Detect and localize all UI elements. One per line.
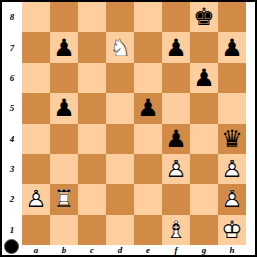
- square-f1[interactable]: ♝♗: [162, 215, 190, 245]
- rank-label-6: 6: [2, 63, 22, 93]
- rank-label-4: 4: [2, 124, 22, 154]
- chess-diagram: 87654321 ♚♟♞♘♟♟♟♟♟♟♛♟♙♟♙♟♙♜♖♟♙♝♗♚♔ abcde…: [0, 0, 257, 257]
- white-pawn: ♟♙: [25, 187, 47, 211]
- square-c8[interactable]: [78, 2, 106, 32]
- black-to-move-indicator: [4, 239, 19, 254]
- rank-label-8: 8: [2, 2, 22, 32]
- chess-board: ♚♟♞♘♟♟♟♟♟♟♛♟♙♟♙♟♙♜♖♟♙♝♗♚♔: [22, 2, 246, 245]
- square-a5[interactable]: [22, 93, 50, 123]
- black-pawn: ♟: [221, 36, 243, 60]
- file-label-b: b: [50, 245, 78, 255]
- file-label-c: c: [78, 245, 106, 255]
- square-b1[interactable]: [50, 215, 78, 245]
- square-a2[interactable]: ♟♙: [22, 184, 50, 214]
- file-label-h: h: [218, 245, 246, 255]
- square-f3[interactable]: ♟♙: [162, 154, 190, 184]
- square-e1[interactable]: [134, 215, 162, 245]
- file-label-f: f: [162, 245, 190, 255]
- square-g8[interactable]: ♚: [190, 2, 218, 32]
- square-b6[interactable]: [50, 63, 78, 93]
- square-c5[interactable]: [78, 93, 106, 123]
- square-d8[interactable]: [106, 2, 134, 32]
- square-e5[interactable]: ♟: [134, 93, 162, 123]
- white-bishop: ♝♗: [165, 218, 187, 242]
- square-h4[interactable]: ♛: [218, 124, 246, 154]
- square-h2[interactable]: ♟♙: [218, 184, 246, 214]
- white-knight: ♞♘: [109, 36, 131, 60]
- file-label-a: a: [22, 245, 50, 255]
- rank-label-7: 7: [2, 32, 22, 62]
- square-h3[interactable]: ♟♙: [218, 154, 246, 184]
- square-h6[interactable]: [218, 63, 246, 93]
- square-c4[interactable]: [78, 124, 106, 154]
- square-d2[interactable]: [106, 184, 134, 214]
- square-b7[interactable]: ♟: [50, 32, 78, 62]
- square-b4[interactable]: [50, 124, 78, 154]
- square-e8[interactable]: [134, 2, 162, 32]
- square-e3[interactable]: [134, 154, 162, 184]
- square-f4[interactable]: ♟: [162, 124, 190, 154]
- square-b2[interactable]: ♜♖: [50, 184, 78, 214]
- square-d5[interactable]: [106, 93, 134, 123]
- square-b5[interactable]: ♟: [50, 93, 78, 123]
- square-a3[interactable]: [22, 154, 50, 184]
- black-king: ♚: [193, 5, 215, 29]
- white-rook: ♜♖: [53, 187, 75, 211]
- square-f6[interactable]: [162, 63, 190, 93]
- square-h5[interactable]: [218, 93, 246, 123]
- rank-label-2: 2: [2, 184, 22, 214]
- black-pawn: ♟: [193, 66, 215, 90]
- square-g6[interactable]: ♟: [190, 63, 218, 93]
- square-h8[interactable]: [218, 2, 246, 32]
- square-a8[interactable]: [22, 2, 50, 32]
- square-c2[interactable]: [78, 184, 106, 214]
- square-a7[interactable]: [22, 32, 50, 62]
- black-pawn: ♟: [137, 96, 159, 120]
- square-e4[interactable]: [134, 124, 162, 154]
- square-e2[interactable]: [134, 184, 162, 214]
- square-h7[interactable]: ♟: [218, 32, 246, 62]
- square-g5[interactable]: [190, 93, 218, 123]
- square-f7[interactable]: ♟: [162, 32, 190, 62]
- square-g3[interactable]: [190, 154, 218, 184]
- rank-label-3: 3: [2, 154, 22, 184]
- square-e6[interactable]: [134, 63, 162, 93]
- square-c7[interactable]: [78, 32, 106, 62]
- square-a6[interactable]: [22, 63, 50, 93]
- black-pawn: ♟: [165, 36, 187, 60]
- square-f2[interactable]: [162, 184, 190, 214]
- square-c6[interactable]: [78, 63, 106, 93]
- rank-label-5: 5: [2, 93, 22, 123]
- white-pawn: ♟♙: [221, 157, 243, 181]
- square-f5[interactable]: [162, 93, 190, 123]
- square-d6[interactable]: [106, 63, 134, 93]
- file-label-d: d: [106, 245, 134, 255]
- square-d7[interactable]: ♞♘: [106, 32, 134, 62]
- file-label-e: e: [134, 245, 162, 255]
- square-g1[interactable]: [190, 215, 218, 245]
- white-pawn: ♟♙: [221, 187, 243, 211]
- black-pawn: ♟: [165, 127, 187, 151]
- square-c1[interactable]: [78, 215, 106, 245]
- diagram-inner: 87654321 ♚♟♞♘♟♟♟♟♟♟♛♟♙♟♙♟♙♜♖♟♙♝♗♚♔ abcde…: [2, 2, 255, 255]
- square-d3[interactable]: [106, 154, 134, 184]
- square-g7[interactable]: [190, 32, 218, 62]
- rank-labels: 87654321: [2, 2, 22, 245]
- square-d1[interactable]: [106, 215, 134, 245]
- white-pawn: ♟♙: [165, 157, 187, 181]
- square-h1[interactable]: ♚♔: [218, 215, 246, 245]
- square-d4[interactable]: [106, 124, 134, 154]
- white-king: ♚♔: [221, 218, 243, 242]
- square-g2[interactable]: [190, 184, 218, 214]
- square-a4[interactable]: [22, 124, 50, 154]
- square-f8[interactable]: [162, 2, 190, 32]
- square-b8[interactable]: [50, 2, 78, 32]
- square-c3[interactable]: [78, 154, 106, 184]
- file-label-g: g: [190, 245, 218, 255]
- black-queen: ♛: [221, 127, 243, 151]
- black-pawn: ♟: [53, 36, 75, 60]
- square-b3[interactable]: [50, 154, 78, 184]
- square-a1[interactable]: [22, 215, 50, 245]
- file-labels: abcdefgh: [22, 245, 246, 255]
- black-pawn: ♟: [53, 96, 75, 120]
- square-g4[interactable]: [190, 124, 218, 154]
- square-e7[interactable]: [134, 32, 162, 62]
